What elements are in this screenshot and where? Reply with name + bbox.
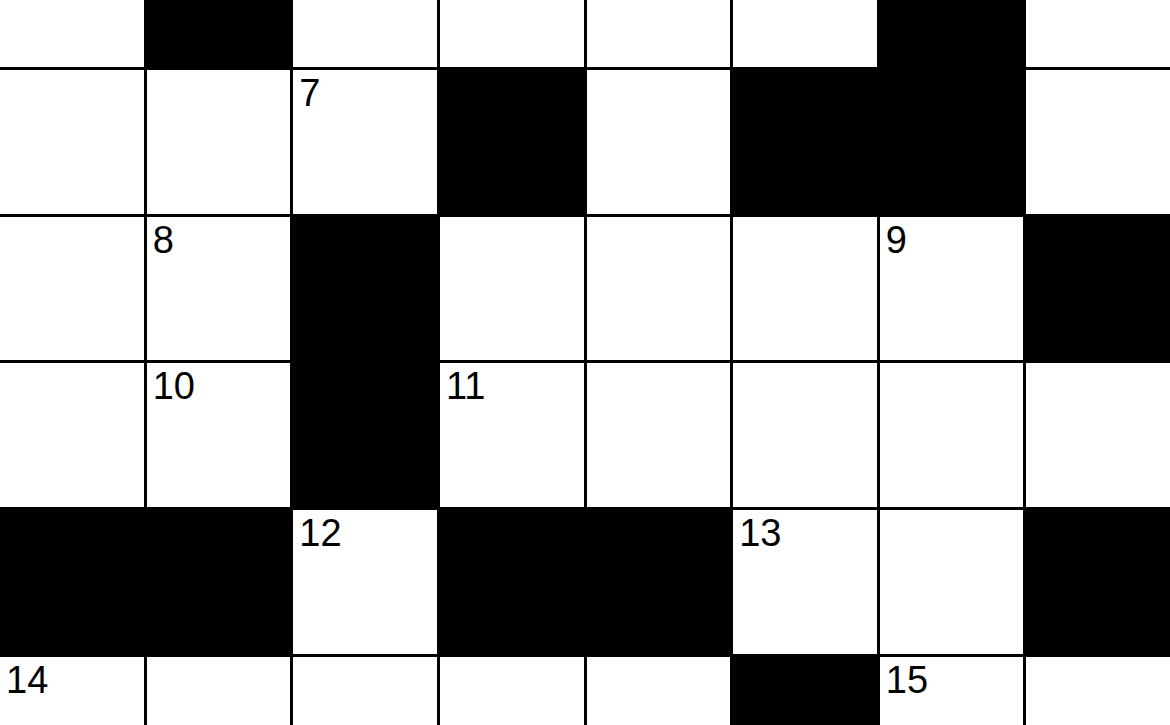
white-cell-r1c5[interactable] xyxy=(587,0,731,67)
white-cell-r6c8[interactable] xyxy=(1026,657,1170,725)
white-cell-r1c3[interactable] xyxy=(293,0,437,67)
white-cell-r3c1[interactable] xyxy=(0,217,144,361)
block-cell-r2c6 xyxy=(733,70,877,214)
crossword-viewport: 789101112131415 xyxy=(0,0,1170,725)
clue-number-7: 7 xyxy=(299,74,320,112)
white-cell-r1c8[interactable] xyxy=(1026,0,1170,67)
white-cell-r1c1[interactable] xyxy=(0,0,144,67)
white-cell-r6c7[interactable]: 15 xyxy=(880,657,1024,725)
clue-number-13: 13 xyxy=(739,514,781,552)
white-cell-r6c1[interactable]: 14 xyxy=(0,657,144,725)
clue-number-8: 8 xyxy=(153,221,174,259)
clue-number-10: 10 xyxy=(153,367,195,405)
block-cell-r4c3 xyxy=(293,363,437,507)
block-cell-r3c8 xyxy=(1026,217,1170,361)
white-cell-r4c1[interactable] xyxy=(0,363,144,507)
block-cell-r5c4 xyxy=(440,510,584,654)
white-cell-r2c8[interactable] xyxy=(1026,70,1170,214)
white-cell-r5c7[interactable] xyxy=(880,510,1024,654)
block-cell-r2c4 xyxy=(440,70,584,214)
clue-number-12: 12 xyxy=(299,514,341,552)
block-cell-r5c2 xyxy=(147,510,291,654)
clue-number-9: 9 xyxy=(886,221,907,259)
white-cell-r4c7[interactable] xyxy=(880,363,1024,507)
white-cell-r5c6[interactable]: 13 xyxy=(733,510,877,654)
white-cell-r3c7[interactable]: 9 xyxy=(880,217,1024,361)
white-cell-r4c4[interactable]: 11 xyxy=(440,363,584,507)
white-cell-r3c6[interactable] xyxy=(733,217,877,361)
white-cell-r1c6[interactable] xyxy=(733,0,877,67)
block-cell-r1c7 xyxy=(880,0,1024,67)
block-cell-r3c3 xyxy=(293,217,437,361)
white-cell-r3c5[interactable] xyxy=(587,217,731,361)
white-cell-r4c6[interactable] xyxy=(733,363,877,507)
white-cell-r2c3[interactable]: 7 xyxy=(293,70,437,214)
white-cell-r2c2[interactable] xyxy=(147,70,291,214)
white-cell-r5c3[interactable]: 12 xyxy=(293,510,437,654)
white-cell-r1c4[interactable] xyxy=(440,0,584,67)
white-cell-r4c2[interactable]: 10 xyxy=(147,363,291,507)
block-cell-r5c1 xyxy=(0,510,144,654)
white-cell-r2c1[interactable] xyxy=(0,70,144,214)
white-cell-r2c5[interactable] xyxy=(587,70,731,214)
block-cell-r5c5 xyxy=(587,510,731,654)
clue-number-15: 15 xyxy=(886,661,928,699)
block-cell-r1c2 xyxy=(147,0,291,67)
clue-number-11: 11 xyxy=(446,367,485,405)
white-cell-r6c3[interactable] xyxy=(293,657,437,725)
white-cell-r3c4[interactable] xyxy=(440,217,584,361)
block-cell-r5c8 xyxy=(1026,510,1170,654)
white-cell-r4c5[interactable] xyxy=(587,363,731,507)
white-cell-r4c8[interactable] xyxy=(1026,363,1170,507)
white-cell-r3c2[interactable]: 8 xyxy=(147,217,291,361)
crossword-grid: 789101112131415 xyxy=(0,0,1170,725)
white-cell-r6c2[interactable] xyxy=(147,657,291,725)
clue-number-14: 14 xyxy=(6,661,48,699)
white-cell-r6c4[interactable] xyxy=(440,657,584,725)
block-cell-r6c6 xyxy=(733,657,877,725)
block-cell-r2c7 xyxy=(880,70,1024,214)
white-cell-r6c5[interactable] xyxy=(587,657,731,725)
